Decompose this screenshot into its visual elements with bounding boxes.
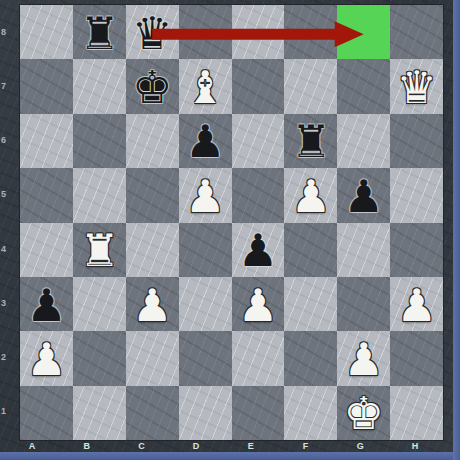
square-d7[interactable]: ♝ [179,59,232,113]
square-b5[interactable] [73,168,126,222]
chess-app-window: ♜♛♚♝♛♟♜♟♟♟♜♟♟♟♟♟♟♟♚ 87654321ABCDEFGH [0,0,460,460]
square-b4[interactable]: ♜ [73,223,126,277]
square-a2[interactable]: ♟ [20,331,73,385]
piece-white-pawn[interactable]: ♟ [396,283,436,328]
piece-white-pawn[interactable]: ♟ [344,337,384,382]
square-h2[interactable] [390,331,443,385]
square-c4[interactable] [126,223,179,277]
square-d5[interactable]: ♟ [179,168,232,222]
square-g1[interactable]: ♚ [337,386,390,440]
square-c5[interactable] [126,168,179,222]
square-g6[interactable] [337,114,390,168]
square-f1[interactable] [284,386,337,440]
rank-label-2: 2 [1,352,6,362]
piece-white-pawn[interactable]: ♟ [185,174,225,219]
piece-white-rook[interactable]: ♜ [79,228,119,273]
piece-black-queen[interactable]: ♛ [132,11,172,56]
file-label-g: G [357,441,364,451]
piece-white-bishop[interactable]: ♝ [185,65,225,110]
square-b2[interactable] [73,331,126,385]
piece-black-king[interactable]: ♚ [132,65,172,110]
piece-black-rook[interactable]: ♜ [291,119,331,164]
file-label-d: D [193,441,200,451]
square-e2[interactable] [232,331,285,385]
square-d2[interactable] [179,331,232,385]
square-a8[interactable] [20,5,73,59]
piece-black-pawn[interactable]: ♟ [238,228,278,273]
square-c8[interactable]: ♛ [126,5,179,59]
window-edge-bottom [0,452,460,460]
square-h1[interactable] [390,386,443,440]
square-a3[interactable]: ♟ [20,277,73,331]
square-a7[interactable] [20,59,73,113]
file-label-c: C [138,441,145,451]
square-c7[interactable]: ♚ [126,59,179,113]
square-d6[interactable]: ♟ [179,114,232,168]
square-e5[interactable] [232,168,285,222]
square-b8[interactable]: ♜ [73,5,126,59]
file-label-e: E [248,441,254,451]
piece-white-queen[interactable]: ♛ [396,65,436,110]
square-f8[interactable] [284,5,337,59]
rank-label-1: 1 [1,406,6,416]
file-label-h: H [412,441,419,451]
square-e6[interactable] [232,114,285,168]
square-e8[interactable] [232,5,285,59]
square-f7[interactable] [284,59,337,113]
square-d1[interactable] [179,386,232,440]
square-d4[interactable] [179,223,232,277]
square-f6[interactable]: ♜ [284,114,337,168]
square-a4[interactable] [20,223,73,277]
square-d3[interactable] [179,277,232,331]
rank-label-3: 3 [1,298,6,308]
square-c1[interactable] [126,386,179,440]
square-a5[interactable] [20,168,73,222]
piece-white-pawn[interactable]: ♟ [238,283,278,328]
rank-label-8: 8 [1,27,6,37]
chess-board: ♜♛♚♝♛♟♜♟♟♟♜♟♟♟♟♟♟♟♚ [20,5,443,440]
square-a6[interactable] [20,114,73,168]
square-b7[interactable] [73,59,126,113]
file-label-f: F [303,441,309,451]
square-f5[interactable]: ♟ [284,168,337,222]
square-d8[interactable] [179,5,232,59]
rank-label-6: 6 [1,135,6,145]
square-e1[interactable] [232,386,285,440]
window-edge-right [453,0,460,460]
square-c3[interactable]: ♟ [126,277,179,331]
square-h4[interactable] [390,223,443,277]
piece-white-pawn[interactable]: ♟ [26,337,66,382]
piece-white-king[interactable]: ♚ [344,391,384,436]
square-g4[interactable] [337,223,390,277]
square-h7[interactable]: ♛ [390,59,443,113]
file-label-a: A [29,441,36,451]
square-e7[interactable] [232,59,285,113]
piece-black-pawn[interactable]: ♟ [185,119,225,164]
square-g3[interactable] [337,277,390,331]
square-h3[interactable]: ♟ [390,277,443,331]
square-g5[interactable]: ♟ [337,168,390,222]
highlight-square-g8[interactable] [337,5,390,59]
piece-black-rook[interactable]: ♜ [79,11,119,56]
square-e4[interactable]: ♟ [232,223,285,277]
file-label-b: B [83,441,90,451]
square-g7[interactable] [337,59,390,113]
square-h8[interactable] [390,5,443,59]
square-b3[interactable] [73,277,126,331]
square-f2[interactable] [284,331,337,385]
square-b1[interactable] [73,386,126,440]
square-h6[interactable] [390,114,443,168]
rank-label-4: 4 [1,244,6,254]
square-e3[interactable]: ♟ [232,277,285,331]
square-a1[interactable] [20,386,73,440]
square-h5[interactable] [390,168,443,222]
piece-white-pawn[interactable]: ♟ [291,174,331,219]
square-f4[interactable] [284,223,337,277]
square-c6[interactable] [126,114,179,168]
rank-label-5: 5 [1,189,6,199]
square-c2[interactable] [126,331,179,385]
square-f3[interactable] [284,277,337,331]
square-b6[interactable] [73,114,126,168]
piece-black-pawn[interactable]: ♟ [344,174,384,219]
piece-black-pawn[interactable]: ♟ [26,283,66,328]
square-g2[interactable]: ♟ [337,331,390,385]
piece-white-pawn[interactable]: ♟ [132,283,172,328]
rank-label-7: 7 [1,81,6,91]
